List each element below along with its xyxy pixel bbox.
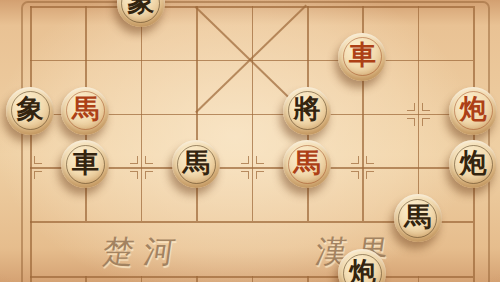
file-line-stub-5 <box>252 276 254 282</box>
file-line-4 <box>196 6 198 221</box>
file-line-stub-9 <box>473 276 475 282</box>
piece-red-horse[interactable]: 馬 <box>61 87 109 135</box>
piece-black-cannon[interactable]: 炮 <box>449 140 497 188</box>
position-marker-corner <box>130 156 138 164</box>
position-marker-corner <box>256 171 264 179</box>
piece-character: 馬 <box>72 96 99 123</box>
river-label-chu-he: 楚河 <box>100 231 188 273</box>
piece-character: 炮 <box>460 150 487 177</box>
position-marker-corner <box>145 171 153 179</box>
piece-red-chariot[interactable]: 車 <box>338 33 386 81</box>
file-line-stub-1 <box>30 276 32 282</box>
piece-black-chariot[interactable]: 車 <box>61 140 109 188</box>
piece-character: 將 <box>294 96 321 123</box>
file-line-stub-8 <box>418 276 420 282</box>
xiangqi-board[interactable]: 楚河 漢界 象車象馬將炮車馬馬炮馬炮 <box>0 0 500 282</box>
position-marker-corner <box>241 171 249 179</box>
position-marker-corner <box>34 171 42 179</box>
file-line-stub-3 <box>141 276 143 282</box>
file-line-3 <box>141 6 143 221</box>
piece-character: 馬 <box>183 150 210 177</box>
piece-red-cannon[interactable]: 炮 <box>449 87 497 135</box>
position-marker-corner <box>422 118 430 126</box>
position-marker-corner <box>407 103 415 111</box>
piece-character: 象 <box>127 0 154 16</box>
piece-black-horse[interactable]: 馬 <box>172 140 220 188</box>
position-marker-corner <box>145 156 153 164</box>
piece-red-horse[interactable]: 馬 <box>283 140 331 188</box>
piece-character: 馬 <box>404 204 431 231</box>
piece-black-elephant[interactable]: 象 <box>6 87 54 135</box>
position-marker-corner <box>366 171 374 179</box>
file-line-8 <box>418 6 420 221</box>
piece-character: 象 <box>17 96 44 123</box>
file-line-5 <box>252 6 254 221</box>
file-line-river-edge-9 <box>473 221 475 276</box>
piece-character: 炮 <box>460 96 487 123</box>
position-marker-corner <box>256 156 264 164</box>
position-marker-corner <box>34 156 42 164</box>
position-marker-corner <box>130 171 138 179</box>
piece-character: 車 <box>72 150 99 177</box>
file-line-river-edge-1 <box>30 221 32 276</box>
file-line-stub-6 <box>307 276 309 282</box>
piece-character: 炮 <box>349 259 376 282</box>
piece-character: 車 <box>349 42 376 69</box>
position-marker-corner <box>366 156 374 164</box>
position-marker-corner <box>351 156 359 164</box>
position-marker-corner <box>422 103 430 111</box>
file-line-stub-2 <box>85 276 87 282</box>
piece-black-general[interactable]: 將 <box>283 87 331 135</box>
piece-character: 馬 <box>294 150 321 177</box>
piece-black-horse[interactable]: 馬 <box>394 194 442 242</box>
position-marker-corner <box>241 156 249 164</box>
piece-black-elephant[interactable]: 象 <box>117 0 165 27</box>
position-marker-corner <box>407 118 415 126</box>
file-line-stub-4 <box>196 276 198 282</box>
position-marker-corner <box>351 171 359 179</box>
